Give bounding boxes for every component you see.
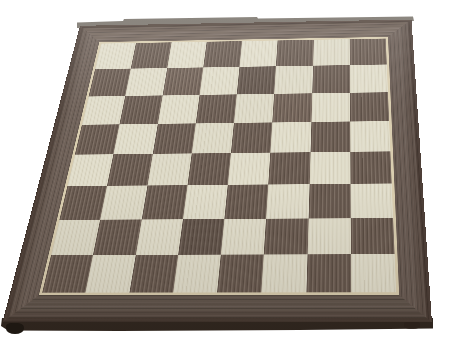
square-d7 [199,67,239,95]
square-b8 [131,42,171,68]
board-photo [0,0,460,350]
square-f3 [266,184,309,218]
square-c7 [162,68,203,96]
square-e4 [228,153,271,185]
square-e6 [234,94,274,123]
square-c8 [167,42,207,68]
square-a2 [51,219,100,255]
square-d2 [178,219,224,255]
square-b3 [100,186,147,220]
square-b1 [86,255,136,293]
square-d1 [173,254,221,292]
square-e8 [239,40,277,66]
square-g4 [309,152,350,184]
square-f2 [264,218,308,254]
board-foot-shadow-left [6,323,24,334]
square-h4 [350,151,392,184]
square-a4 [67,154,113,186]
square-a5 [75,124,120,154]
square-g3 [308,184,350,218]
square-d6 [196,94,237,123]
square-f6 [272,93,312,122]
frame-edge-bottom [3,292,432,322]
squares-grid [42,39,396,293]
square-b7 [125,68,167,96]
square-e3 [224,185,268,219]
square-g8 [313,39,350,66]
square-g5 [310,121,350,152]
square-a8 [95,43,136,69]
square-g1 [306,254,351,292]
square-h2 [351,218,395,254]
square-e7 [237,66,276,94]
chess-board [3,19,432,322]
square-h7 [350,65,388,93]
square-c3 [141,185,187,219]
square-c5 [152,123,195,154]
square-d5 [192,123,234,154]
square-h8 [350,39,387,66]
square-h1 [351,254,396,292]
square-f5 [270,122,311,153]
square-e5 [231,122,272,153]
square-a6 [82,96,125,125]
square-c4 [147,153,191,185]
square-g2 [307,218,351,254]
square-h5 [350,121,390,152]
square-b6 [120,95,163,124]
square-c2 [135,219,182,255]
square-d8 [203,41,242,67]
square-f4 [268,152,310,184]
square-f1 [261,254,307,292]
square-f8 [276,40,314,67]
square-b4 [107,154,152,186]
inlay-trim-line [39,37,399,295]
square-a3 [59,186,107,220]
square-h3 [350,184,393,218]
square-g6 [311,93,350,122]
square-e1 [217,254,264,292]
square-g7 [312,65,350,93]
square-e2 [221,218,266,254]
square-b2 [93,219,141,255]
square-b5 [114,124,158,154]
square-h6 [350,92,389,121]
square-c6 [158,95,200,124]
square-c1 [129,255,178,293]
square-d3 [183,185,228,219]
square-a7 [89,69,131,97]
square-d4 [187,153,231,185]
square-f7 [274,66,312,94]
